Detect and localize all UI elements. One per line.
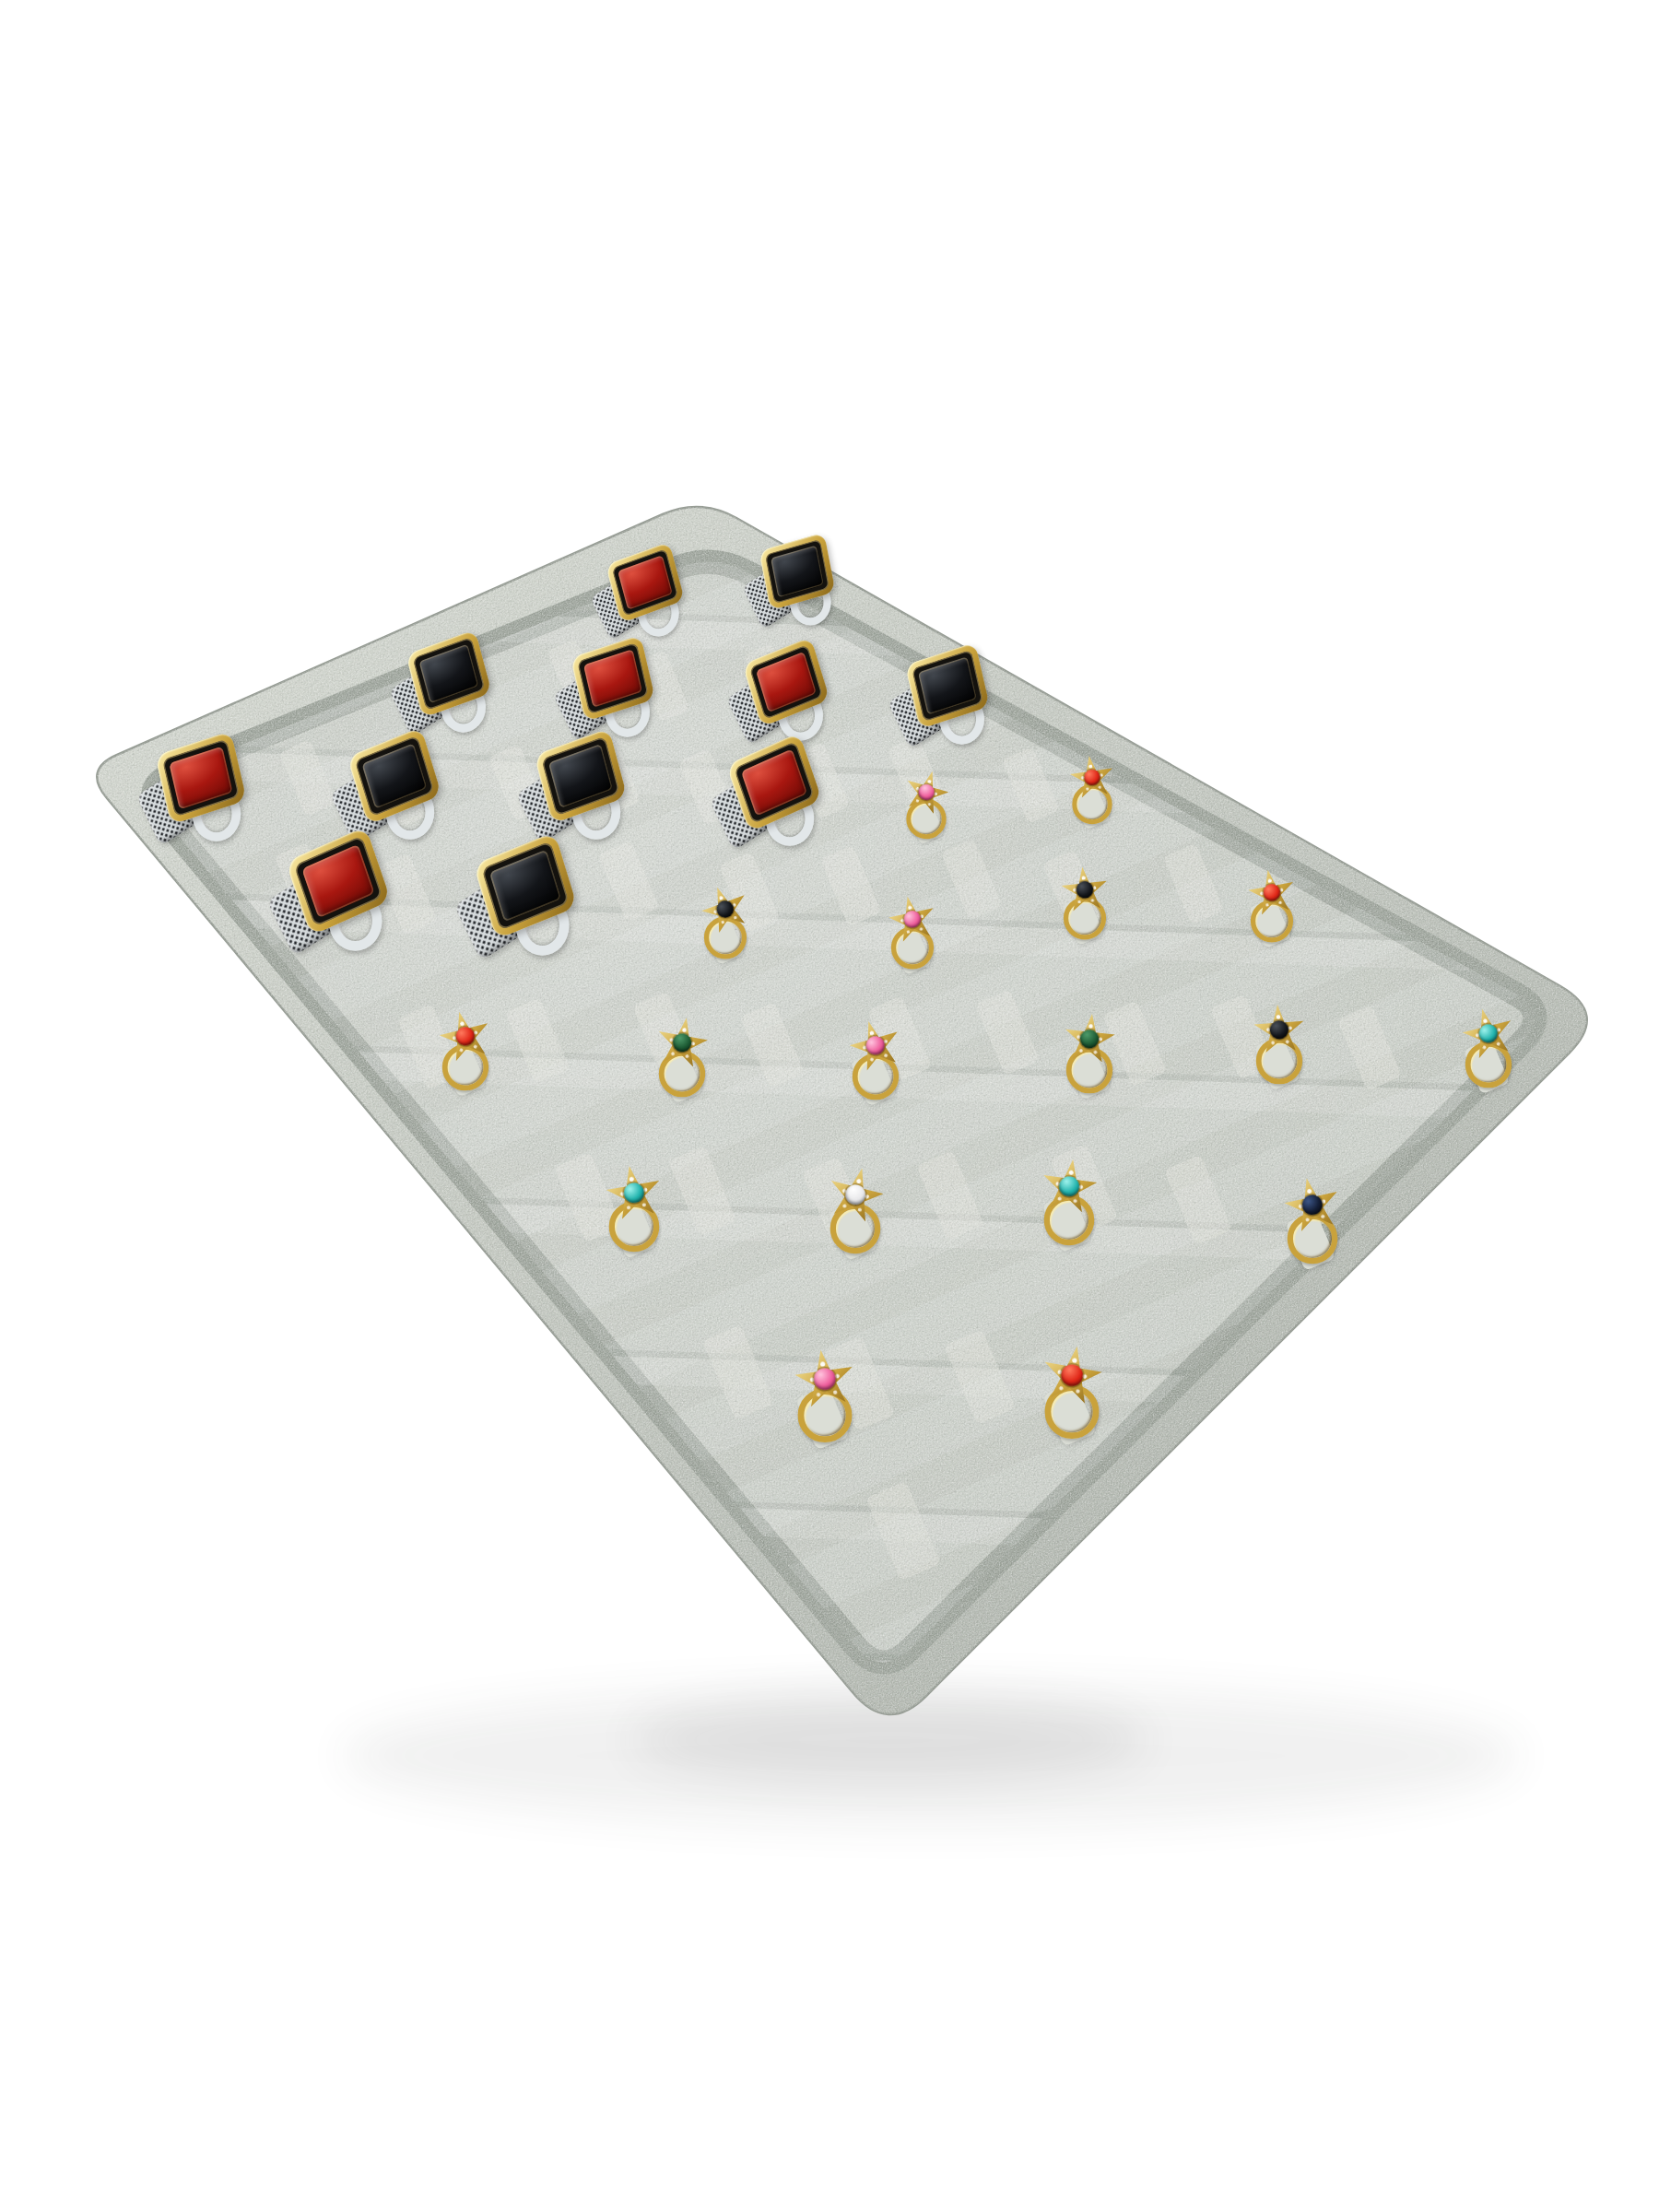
star-gem	[1058, 1175, 1081, 1198]
ring-star-green	[1050, 990, 1129, 1089]
star-gem	[1269, 1020, 1289, 1041]
ring-signet-black	[444, 805, 606, 967]
rings-layer	[0, 0, 1659, 2212]
ring-star-pink	[876, 874, 948, 965]
star-gold-band	[1044, 1195, 1095, 1246]
star-gem	[1300, 1193, 1324, 1217]
ring-star-red	[426, 987, 505, 1087]
signet-stone	[548, 744, 613, 808]
ring-star-red	[1026, 1318, 1119, 1434]
signet-stone	[918, 656, 977, 715]
ring-star-black	[688, 865, 761, 956]
star-gold-band	[1256, 1038, 1302, 1084]
star-gem	[1083, 769, 1101, 787]
star-gem	[454, 1025, 477, 1047]
signet-stone	[741, 748, 807, 816]
ring-signet-red	[700, 709, 848, 856]
star-gold-band	[1072, 784, 1112, 824]
signet-stone	[418, 643, 478, 703]
star-gem	[1079, 1029, 1100, 1049]
ring-star-red	[1235, 848, 1308, 939]
ring-star-teal	[1449, 984, 1528, 1084]
ring-star-black	[1240, 981, 1319, 1080]
star-gem	[1477, 1022, 1500, 1044]
signet-black-rim	[765, 539, 830, 605]
star-gem	[1262, 883, 1281, 902]
signet-stone	[489, 849, 562, 922]
star-gem	[902, 910, 923, 930]
signet-stone	[169, 747, 232, 810]
star-gem	[622, 1182, 645, 1205]
ring-star-white	[812, 1142, 899, 1250]
signet-stone	[756, 652, 817, 713]
star-gem	[864, 1034, 887, 1057]
signet-stone	[301, 844, 375, 919]
signet-stone	[771, 545, 824, 597]
photo-canvas	[0, 0, 1659, 2212]
ring-star-teal	[1026, 1134, 1112, 1241]
ring-signet-red	[127, 704, 275, 852]
ring-star-pink	[836, 996, 915, 1096]
ring-star-red	[1058, 735, 1126, 821]
ring-star-black	[1048, 845, 1121, 936]
ring-star-pink	[779, 1322, 872, 1438]
star-gold-band	[1066, 1047, 1112, 1093]
ring-star-teal	[591, 1139, 677, 1247]
star-gold-band	[1064, 897, 1106, 939]
signet-stone	[583, 649, 642, 708]
star-gold-band	[798, 1388, 853, 1442]
ring-signet-red	[257, 800, 419, 962]
ring-star-pink	[892, 749, 960, 835]
star-gem	[1059, 1363, 1084, 1388]
ring-star-green	[642, 994, 722, 1093]
star-gem	[671, 1032, 692, 1053]
ring-star-navy	[1269, 1152, 1356, 1260]
star-gem	[813, 1367, 838, 1392]
signet-stone	[618, 555, 673, 610]
star-gem	[843, 1182, 867, 1206]
star-gem	[1076, 880, 1094, 899]
signet-black-rim	[162, 738, 240, 817]
star-gem	[916, 782, 935, 802]
ring-signet-black	[879, 618, 1016, 754]
signet-black-rim	[912, 650, 983, 723]
